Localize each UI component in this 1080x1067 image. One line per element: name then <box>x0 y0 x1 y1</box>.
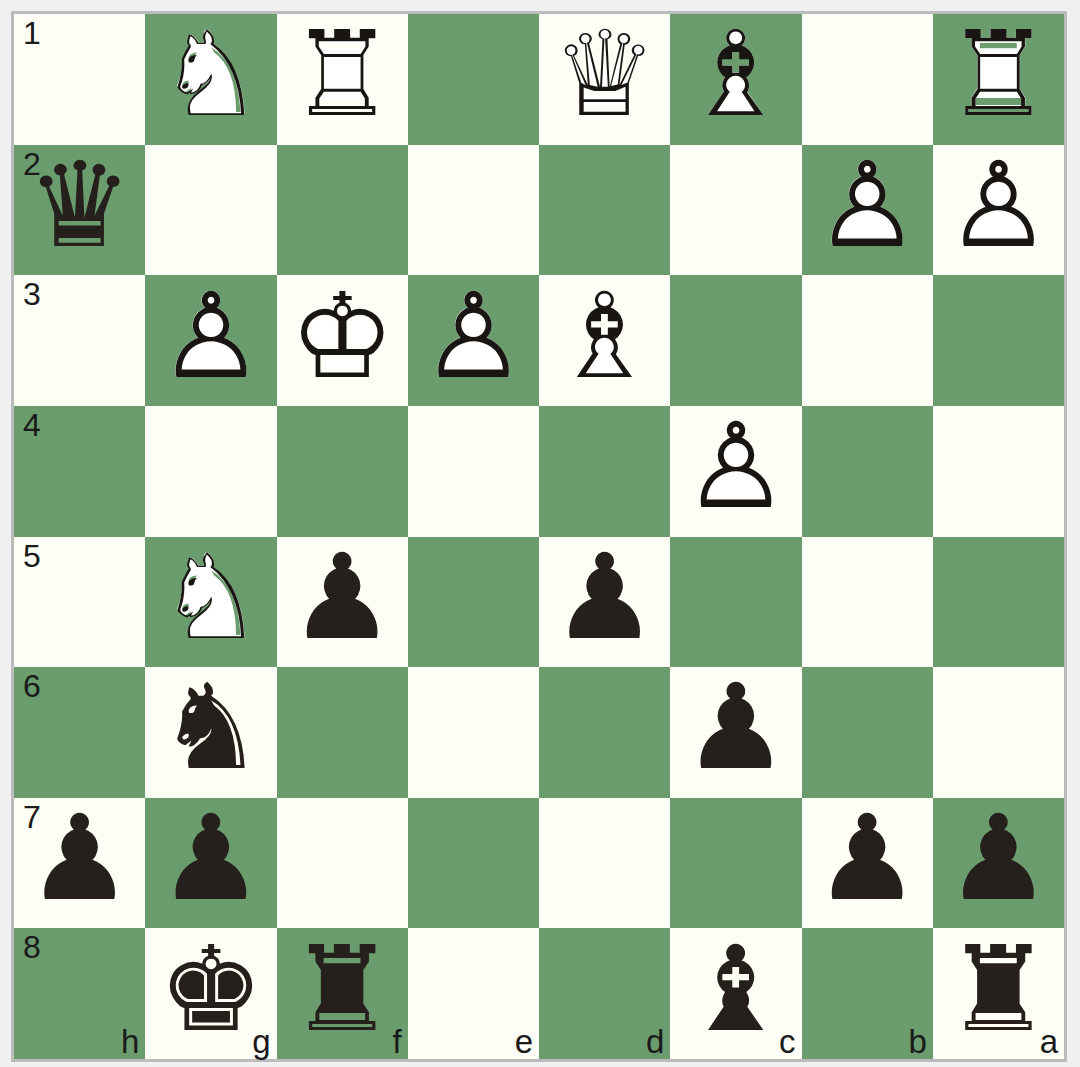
white-pawn-icon[interactable]: ♟♙ <box>933 145 1064 276</box>
square-h5[interactable]: 5 <box>14 537 145 668</box>
square-a2[interactable]: ♟♙ <box>933 145 1064 276</box>
white-knight-icon[interactable]: ♞♘ <box>145 14 276 145</box>
rank-label-5: 5 <box>23 539 41 574</box>
piece-outline: ♙ <box>420 277 526 395</box>
rank-label-6: 6 <box>23 669 41 704</box>
square-b6[interactable] <box>802 667 933 798</box>
piece-fill: ♚ <box>158 930 264 1048</box>
square-e5[interactable] <box>408 537 539 668</box>
piece-fill: ♟ <box>289 538 395 656</box>
file-label-b: b <box>908 1025 926 1058</box>
square-a5[interactable] <box>933 537 1064 668</box>
piece-outline: ♙ <box>945 146 1051 264</box>
square-d5[interactable]: ♟ <box>539 537 670 668</box>
white-rook-icon[interactable]: ♜♖ <box>933 14 1064 145</box>
piece-outline: ♗ <box>552 277 658 395</box>
file-label-h: h <box>121 1025 139 1058</box>
square-a7[interactable]: ♟ <box>933 798 1064 929</box>
square-d3[interactable]: ♝♗ <box>539 275 670 406</box>
piece-outline: ♘ <box>158 538 264 656</box>
square-a3[interactable] <box>933 275 1064 406</box>
piece-outline: ♙ <box>158 277 264 395</box>
chess-board: 1♞♘♜♖♛♕♝♗♜♖♛2♟♙♟♙3♟♙♚♔♟♙♝♗4♟♙5♞♘♟♟6♞♟♟7♟… <box>14 14 1064 1059</box>
square-d6[interactable] <box>539 667 670 798</box>
square-e6[interactable] <box>408 667 539 798</box>
piece-fill: ♟ <box>945 799 1051 917</box>
square-e8[interactable]: e <box>408 928 539 1059</box>
square-d1[interactable]: ♛♕ <box>539 14 670 145</box>
rank-label-8: 8 <box>23 930 41 965</box>
file-label-a: a <box>1040 1025 1058 1058</box>
piece-outline: ♕ <box>552 16 658 134</box>
square-g7[interactable]: ♟ <box>145 798 276 929</box>
piece-fill: ♜ <box>289 930 395 1048</box>
square-g6[interactable]: ♞ <box>145 667 276 798</box>
square-f3[interactable]: ♚♔ <box>277 275 408 406</box>
square-c2[interactable] <box>670 145 801 276</box>
white-queen-icon[interactable]: ♛♕ <box>539 14 670 145</box>
square-b4[interactable] <box>802 406 933 537</box>
square-c5[interactable] <box>670 537 801 668</box>
piece-fill: ♝ <box>683 930 789 1048</box>
square-d8[interactable]: d <box>539 928 670 1059</box>
square-a6[interactable] <box>933 667 1064 798</box>
square-e4[interactable] <box>408 406 539 537</box>
white-pawn-icon[interactable]: ♟♙ <box>408 275 539 406</box>
piece-fill: ♛ <box>27 146 133 264</box>
square-d4[interactable] <box>539 406 670 537</box>
square-e7[interactable] <box>408 798 539 929</box>
black-pawn-icon[interactable]: ♟ <box>277 537 408 668</box>
square-c3[interactable] <box>670 275 801 406</box>
white-pawn-icon[interactable]: ♟♙ <box>145 275 276 406</box>
file-label-f: f <box>393 1025 402 1058</box>
black-rook-icon[interactable]: ♜ <box>277 928 408 1059</box>
square-h1[interactable]: 1 <box>14 14 145 145</box>
square-h6[interactable]: 6 <box>14 667 145 798</box>
piece-outline: ♖ <box>945 16 1051 134</box>
rank-label-7: 7 <box>23 800 41 835</box>
rank-label-4: 4 <box>23 408 41 443</box>
file-label-d: d <box>646 1025 664 1058</box>
square-g8[interactable]: ♚g <box>145 928 276 1059</box>
rank-label-3: 3 <box>23 277 41 312</box>
piece-outline: ♔ <box>289 277 395 395</box>
piece-fill: ♟ <box>683 669 789 787</box>
square-a8[interactable]: ♜a <box>933 928 1064 1059</box>
square-b8[interactable]: b <box>802 928 933 1059</box>
square-c7[interactable] <box>670 798 801 929</box>
square-e2[interactable] <box>408 145 539 276</box>
square-h3[interactable]: 3 <box>14 275 145 406</box>
square-f5[interactable]: ♟ <box>277 537 408 668</box>
square-f1[interactable]: ♜♖ <box>277 14 408 145</box>
square-g1[interactable]: ♞♘ <box>145 14 276 145</box>
piece-fill: ♟ <box>814 799 920 917</box>
black-pawn-icon[interactable]: ♟ <box>145 798 276 929</box>
square-a1[interactable]: ♜♖ <box>933 14 1064 145</box>
square-h8[interactable]: 8h <box>14 928 145 1059</box>
square-f8[interactable]: ♜f <box>277 928 408 1059</box>
black-pawn-icon[interactable]: ♟ <box>802 798 933 929</box>
square-g3[interactable]: ♟♙ <box>145 275 276 406</box>
piece-fill: ♟ <box>158 799 264 917</box>
square-f4[interactable] <box>277 406 408 537</box>
square-f6[interactable] <box>277 667 408 798</box>
piece-fill: ♟ <box>552 538 658 656</box>
rank-label-1: 1 <box>23 16 41 51</box>
square-e1[interactable] <box>408 14 539 145</box>
white-king-icon[interactable]: ♚♔ <box>277 275 408 406</box>
square-d7[interactable] <box>539 798 670 929</box>
square-c6[interactable]: ♟ <box>670 667 801 798</box>
piece-outline: ♙ <box>814 146 920 264</box>
chess-board-frame: 1♞♘♜♖♛♕♝♗♜♖♛2♟♙♟♙3♟♙♚♔♟♙♝♗4♟♙5♞♘♟♟6♞♟♟7♟… <box>11 11 1067 1062</box>
black-knight-icon[interactable]: ♞ <box>145 667 276 798</box>
file-label-g: g <box>252 1025 270 1058</box>
square-b7[interactable]: ♟ <box>802 798 933 929</box>
square-b2[interactable]: ♟♙ <box>802 145 933 276</box>
piece-fill: ♜ <box>945 930 1051 1048</box>
white-rook-icon[interactable]: ♜♖ <box>277 14 408 145</box>
square-b1[interactable] <box>802 14 933 145</box>
square-h4[interactable]: 4 <box>14 406 145 537</box>
square-h7[interactable]: ♟7 <box>14 798 145 929</box>
square-g5[interactable]: ♞♘ <box>145 537 276 668</box>
square-f7[interactable] <box>277 798 408 929</box>
piece-outline: ♘ <box>158 16 264 134</box>
piece-outline: ♖ <box>289 16 395 134</box>
square-h2[interactable]: ♛2 <box>14 145 145 276</box>
black-pawn-icon[interactable]: ♟ <box>933 798 1064 929</box>
square-c8[interactable]: ♝c <box>670 928 801 1059</box>
piece-fill: ♞ <box>158 669 264 787</box>
square-g4[interactable] <box>145 406 276 537</box>
black-pawn-icon[interactable]: ♟ <box>670 667 801 798</box>
file-label-e: e <box>515 1025 533 1058</box>
black-pawn-icon[interactable]: ♟ <box>539 537 670 668</box>
square-a4[interactable] <box>933 406 1064 537</box>
rank-label-2: 2 <box>23 147 41 182</box>
piece-outline: ♗ <box>683 16 789 134</box>
white-bishop-icon[interactable]: ♝♗ <box>670 14 801 145</box>
file-label-c: c <box>779 1025 796 1058</box>
square-e3[interactable]: ♟♙ <box>408 275 539 406</box>
square-g2[interactable] <box>145 145 276 276</box>
piece-outline: ♙ <box>683 407 789 525</box>
square-f2[interactable] <box>277 145 408 276</box>
piece-fill: ♟ <box>27 799 133 917</box>
white-pawn-icon[interactable]: ♟♙ <box>670 406 801 537</box>
white-pawn-icon[interactable]: ♟♙ <box>802 145 933 276</box>
white-bishop-icon[interactable]: ♝♗ <box>539 275 670 406</box>
white-knight-icon[interactable]: ♞♘ <box>145 537 276 668</box>
square-c4[interactable]: ♟♙ <box>670 406 801 537</box>
square-c1[interactable]: ♝♗ <box>670 14 801 145</box>
square-b3[interactable] <box>802 275 933 406</box>
square-d2[interactable] <box>539 145 670 276</box>
square-b5[interactable] <box>802 537 933 668</box>
